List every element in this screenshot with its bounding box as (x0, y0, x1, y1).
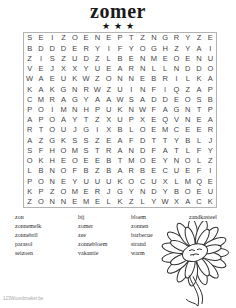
grid-cell[interactable]: Z (137, 33, 148, 43)
grid-cell[interactable]: Z (92, 74, 103, 84)
grid-cell[interactable]: B (148, 74, 159, 84)
grid-cell[interactable]: O (35, 176, 46, 186)
grid-cell[interactable]: F (148, 146, 159, 156)
grid-cell[interactable]: T (171, 146, 182, 156)
grid-cell[interactable]: E (80, 187, 91, 197)
grid-cell[interactable]: Z (182, 84, 193, 94)
grid-cell[interactable]: Y (205, 146, 216, 156)
grid-cell[interactable]: D (47, 43, 58, 53)
grid-cell[interactable]: N (69, 84, 80, 94)
grid-cell[interactable]: N (47, 197, 58, 207)
grid-cell[interactable]: D (193, 64, 204, 74)
grid-cell[interactable]: F (148, 105, 159, 115)
grid-cell[interactable]: E (103, 64, 114, 74)
grid-cell[interactable]: F (193, 146, 204, 156)
grid-cell[interactable]: S (80, 146, 91, 156)
grid-cell[interactable]: U (92, 64, 103, 74)
grid-cell[interactable]: A (58, 115, 69, 125)
grid-cell[interactable]: N (58, 197, 69, 207)
grid-cell[interactable]: U (205, 53, 216, 63)
grid-cell[interactable]: T (80, 115, 91, 125)
grid-cell[interactable]: E (148, 115, 159, 125)
grid-cell[interactable]: V (171, 115, 182, 125)
grid-cell[interactable]: J (47, 64, 58, 74)
grid-cell[interactable]: R (47, 94, 58, 104)
grid-cell[interactable]: E (35, 33, 46, 43)
grid-cell[interactable]: A (58, 94, 69, 104)
grid-cell[interactable]: X (103, 125, 114, 135)
grid-cell[interactable]: T (126, 33, 137, 43)
grid-cell[interactable]: E (193, 115, 204, 125)
grid-cell[interactable]: Z (47, 187, 58, 197)
grid-cell[interactable]: E (126, 53, 137, 63)
grid-cell[interactable]: A (182, 197, 193, 207)
grid-cell[interactable]: U (58, 74, 69, 84)
grid-cell[interactable]: A (35, 84, 46, 94)
grid-cell[interactable]: F (193, 166, 204, 176)
grid-cell[interactable]: C (160, 166, 171, 176)
grid-cell[interactable]: L (171, 176, 182, 186)
grid-cell[interactable]: T (193, 105, 204, 115)
grid-cell[interactable]: T (148, 135, 159, 145)
grid-cell[interactable]: N (182, 115, 193, 125)
grid-cell[interactable]: O (47, 125, 58, 135)
grid-cell[interactable]: U (205, 187, 216, 197)
grid-cell[interactable]: A (35, 74, 46, 84)
grid-cell[interactable]: Z (58, 53, 69, 63)
grid-cell[interactable]: B (35, 166, 46, 176)
grid-cell[interactable]: A (160, 146, 171, 156)
grid-cell[interactable]: A (160, 105, 171, 115)
grid-cell[interactable]: Y (160, 156, 171, 166)
grid-cell[interactable]: G (58, 84, 69, 94)
grid-cell[interactable]: Z (92, 115, 103, 125)
grid-cell[interactable]: E (137, 74, 148, 84)
grid-cell[interactable]: H (160, 43, 171, 53)
grid-cell[interactable]: O (24, 156, 35, 166)
grid-cell[interactable]: P (24, 176, 35, 186)
grid-cell[interactable]: R (126, 166, 137, 176)
grid-cell[interactable]: O (137, 43, 148, 53)
grid-cell[interactable]: B (114, 53, 125, 63)
grid-cell[interactable]: K (205, 197, 216, 207)
grid-cell[interactable]: U (148, 176, 159, 186)
grid-cell[interactable]: K (24, 187, 35, 197)
grid-cell[interactable]: M (58, 105, 69, 115)
grid-cell[interactable]: E (103, 135, 114, 145)
grid-cell[interactable]: E (80, 33, 91, 43)
grid-cell[interactable]: A (103, 94, 114, 104)
grid-cell[interactable]: I (103, 43, 114, 53)
grid-cell[interactable]: W (92, 84, 103, 94)
grid-cell[interactable]: E (160, 53, 171, 63)
grid-cell[interactable]: X (69, 64, 80, 74)
grid-cell[interactable]: Z (24, 197, 35, 207)
grid-cell[interactable]: F (69, 166, 80, 176)
grid-cell[interactable]: O (58, 187, 69, 197)
grid-cell[interactable]: X (103, 115, 114, 125)
grid-cell[interactable]: Y (171, 135, 182, 145)
word-list-item: zomer (78, 222, 107, 231)
grid-cell[interactable]: O (137, 156, 148, 166)
grid-cell[interactable]: K (114, 176, 125, 186)
grid-cell[interactable]: N (92, 33, 103, 43)
word-list-item: vakantie (78, 249, 107, 258)
grid-cell[interactable]: Y (126, 187, 137, 197)
grid-cell[interactable]: R (80, 84, 91, 94)
grid-cell[interactable]: P (35, 187, 46, 197)
grid-cell[interactable]: R (171, 33, 182, 43)
grid-cell[interactable]: G (80, 125, 91, 135)
grid-cell[interactable]: D (182, 64, 193, 74)
grid-cell[interactable]: A (137, 94, 148, 104)
grid-cell[interactable]: Z (126, 197, 137, 207)
sunflower-petals (161, 221, 228, 306)
grid-cell[interactable]: L (182, 146, 193, 156)
grid-cell[interactable]: Z (193, 33, 204, 43)
grid-cell[interactable]: E (205, 33, 216, 43)
grid-cell[interactable]: C (137, 176, 148, 186)
grid-cell[interactable]: G (114, 187, 125, 197)
grid-cell[interactable]: E (148, 125, 159, 135)
grid-cell[interactable]: E (69, 197, 80, 207)
grid-cell[interactable]: A (114, 166, 125, 176)
grid-cell[interactable]: G (160, 33, 171, 43)
grid-cell[interactable]: B (80, 166, 91, 176)
grid-cell[interactable]: K (69, 74, 80, 84)
grid-cell[interactable]: A (24, 115, 35, 125)
grid-cell[interactable]: E (193, 125, 204, 135)
grid-cell[interactable]: Y (160, 187, 171, 197)
grid-cell[interactable]: M (182, 176, 193, 186)
grid-cell[interactable]: W (80, 74, 91, 84)
grid-cell[interactable]: B (103, 166, 114, 176)
grid-cell[interactable]: Y (80, 64, 91, 74)
grid-cell[interactable]: U (80, 176, 91, 186)
grid-cell[interactable]: J (205, 135, 216, 145)
grid-cell[interactable]: O (182, 94, 193, 104)
grid-cell[interactable]: N (47, 176, 58, 186)
grid-cell[interactable]: A (114, 64, 125, 74)
grid-cell[interactable]: K (114, 197, 125, 207)
grid-cell[interactable]: U (171, 166, 182, 176)
grid-cell[interactable]: U (103, 176, 114, 186)
grid-cell[interactable]: C (24, 94, 35, 104)
grid-cell[interactable]: S (69, 135, 80, 145)
grid-cell[interactable]: S (193, 94, 204, 104)
grid-cell[interactable]: L (103, 197, 114, 207)
grid-cell[interactable]: E (47, 74, 58, 84)
grid-cell[interactable]: N (114, 74, 125, 84)
grid-cell[interactable]: N (148, 33, 159, 43)
grid-cell[interactable]: D (80, 53, 91, 63)
grid-cell[interactable]: Z (35, 135, 46, 145)
grid-cell[interactable]: Z (92, 135, 103, 145)
grid-cell[interactable]: M (160, 125, 171, 135)
grid-cell[interactable]: J (103, 187, 114, 197)
grid-cell[interactable]: N (47, 166, 58, 176)
grid-cell[interactable]: N (171, 156, 182, 166)
grid-cell[interactable]: X (160, 176, 171, 186)
grid-cell[interactable]: L (182, 74, 193, 84)
grid-cell[interactable]: Y (126, 43, 137, 53)
grid-cell[interactable]: W (114, 94, 125, 104)
grid-cell[interactable]: F (148, 84, 159, 94)
grid-cell[interactable]: V (24, 64, 35, 74)
grid-cell[interactable]: L (148, 64, 159, 74)
grid-cell[interactable]: O (171, 53, 182, 63)
grid-cell[interactable]: R (160, 74, 171, 84)
grid-cell[interactable]: Y (182, 33, 193, 43)
grid-cell[interactable]: T (160, 135, 171, 145)
grid-cell[interactable]: I (171, 74, 182, 84)
grid-cell[interactable]: H (47, 156, 58, 166)
grid-cell[interactable]: Y (148, 197, 159, 207)
grid-cell[interactable]: I (126, 84, 137, 94)
grid-cell[interactable]: E (148, 156, 159, 166)
grid-cell[interactable]: L (24, 166, 35, 176)
grid-cell[interactable]: S (47, 53, 58, 63)
grid-cell[interactable]: A (205, 74, 216, 84)
grid-cell[interactable]: X (58, 64, 69, 74)
grid-cell[interactable]: Z (24, 53, 35, 63)
grid-cell[interactable]: B (182, 135, 193, 145)
grid-cell[interactable]: U (92, 176, 103, 186)
grid-cell[interactable]: S (80, 135, 91, 145)
grid-cell[interactable]: A (193, 43, 204, 53)
grid-cell[interactable]: E (35, 64, 46, 74)
grid-cell[interactable]: I (92, 125, 103, 135)
grid-cell[interactable]: H (80, 105, 91, 115)
word-list-item: zonnebril (15, 231, 41, 240)
grid-cell[interactable]: O (69, 156, 80, 166)
grid-cell[interactable]: E (182, 166, 193, 176)
word-list-item: zon (15, 213, 41, 222)
grid-cell[interactable]: Y (69, 115, 80, 125)
grid-cell[interactable]: F (35, 146, 46, 156)
grid-cell[interactable]: L (193, 156, 204, 166)
grid-cell[interactable]: C (171, 125, 182, 135)
grid-cell[interactable]: O (58, 166, 69, 176)
grid-cell[interactable]: M (35, 94, 46, 104)
grid-cell[interactable]: H (47, 146, 58, 156)
grid-cell[interactable]: I (47, 105, 58, 115)
grid-cell[interactable]: I (205, 166, 216, 176)
page-root: { "game": "word-search", "title": "zomer… (0, 0, 236, 308)
grid-cell[interactable]: R (24, 125, 35, 135)
grid-cell[interactable]: Z (92, 53, 103, 63)
grid-cell[interactable]: P (35, 115, 46, 125)
grid-cell[interactable]: M (126, 156, 137, 166)
grid-cell[interactable]: G (148, 43, 159, 53)
grid-cell[interactable]: E (182, 53, 193, 63)
grid-cell[interactable]: B (103, 156, 114, 166)
grid-cell[interactable]: D (58, 43, 69, 53)
grid-cell[interactable]: T (92, 146, 103, 156)
grid-cell[interactable]: K (47, 84, 58, 94)
grid-cell[interactable]: E (205, 176, 216, 186)
grid-cell[interactable]: P (126, 115, 137, 125)
grid-cell[interactable]: B (137, 166, 148, 176)
grid-cell[interactable]: P (92, 105, 103, 115)
grid-cell[interactable]: S (24, 33, 35, 43)
grid-cell[interactable]: D (137, 135, 148, 145)
grid-cell[interactable]: L (137, 197, 148, 207)
grid-cell[interactable]: P (114, 33, 125, 43)
grid-cell[interactable]: P (205, 84, 216, 94)
grid-cell[interactable]: U (69, 53, 80, 63)
word-list-item: barbecue (131, 231, 153, 240)
grid-cell[interactable]: Z (171, 43, 182, 53)
grid-cell[interactable]: Z (205, 156, 216, 166)
grid-cell[interactable]: O (47, 115, 58, 125)
grid-cell[interactable]: N (137, 187, 148, 197)
grid-cell[interactable]: I (160, 84, 171, 94)
grid-cell[interactable]: R (92, 187, 103, 197)
grid-cell[interactable]: E (92, 197, 103, 207)
grid-cell[interactable]: E (58, 176, 69, 186)
grid-cell[interactable]: C (193, 197, 204, 207)
grid-cell[interactable]: O (182, 187, 193, 197)
grid-cell[interactable]: B (24, 43, 35, 53)
grid-cell[interactable]: R (205, 125, 216, 135)
grid-cell[interactable]: D (137, 146, 148, 156)
grid-cell[interactable]: P (205, 105, 216, 115)
grid-cell[interactable]: E (80, 156, 91, 166)
grid-cell[interactable]: N (126, 105, 137, 115)
grid-cell[interactable]: S (126, 94, 137, 104)
grid-cell[interactable]: G (47, 135, 58, 145)
grid-cell[interactable]: N (171, 64, 182, 74)
grid-cell[interactable]: T (114, 156, 125, 166)
grid-cell[interactable]: A (24, 135, 35, 145)
grid-cell[interactable]: F (114, 43, 125, 53)
grid-cell[interactable]: G (69, 94, 80, 104)
grid-cell[interactable]: X (171, 197, 182, 207)
grid-cell[interactable]: E (103, 33, 114, 43)
grid-cell[interactable]: E (182, 125, 193, 135)
grid-cell[interactable]: A (205, 115, 216, 125)
word-list-item: zee (78, 231, 107, 240)
grid-cell[interactable]: Q (171, 84, 182, 94)
grid-cell[interactable]: F (126, 135, 137, 145)
grid-cell[interactable]: E (92, 156, 103, 166)
grid-cell[interactable]: W (160, 197, 171, 207)
grid-cell[interactable]: Y (182, 43, 193, 53)
grid-cell[interactable]: U (103, 105, 114, 115)
grid-cell[interactable]: D (35, 43, 46, 53)
grid-cell[interactable]: M (148, 53, 159, 63)
grid-cell[interactable]: K (193, 74, 204, 84)
grid-cell[interactable]: O (69, 33, 80, 43)
grid-cell[interactable]: N (137, 84, 148, 94)
grid-cell[interactable]: T (35, 125, 46, 135)
grid-cell[interactable]: A (92, 94, 103, 104)
grid-cell[interactable]: N (69, 105, 80, 115)
grid-cell[interactable]: R (103, 146, 114, 156)
grid-cell[interactable]: J (69, 125, 80, 135)
grid-cell[interactable]: E (193, 187, 204, 197)
grid-cell[interactable]: O (205, 64, 216, 74)
grid-cell[interactable]: K (24, 84, 35, 94)
grid-cell[interactable]: E (171, 94, 182, 104)
grid-cell[interactable]: Y (92, 43, 103, 53)
grid-cell[interactable]: R (80, 43, 91, 53)
grid-cell[interactable]: N (137, 53, 148, 63)
grid-cell[interactable]: B (205, 94, 216, 104)
grid-cell[interactable]: Q (160, 115, 171, 125)
grid-cell[interactable]: B (114, 125, 125, 135)
word-column-3: bloemzonnenbarbecuestrandwarm (131, 213, 153, 258)
grid-cell[interactable]: Z (103, 84, 114, 94)
grid-cell[interactable]: Z (58, 33, 69, 43)
grid-cell[interactable]: O (103, 74, 114, 84)
grid-cell[interactable]: O (126, 176, 137, 186)
grid-cell[interactable]: Y (69, 176, 80, 186)
grid-cell[interactable]: M (69, 146, 80, 156)
grid-cell[interactable]: K (35, 156, 46, 166)
grid-cell[interactable]: N (126, 146, 137, 156)
grid-cell[interactable]: I (35, 53, 46, 63)
grid-cell[interactable]: R (126, 64, 137, 74)
grid-cell[interactable]: M (69, 187, 80, 197)
grid-cell[interactable]: I (47, 33, 58, 43)
grid-cell[interactable]: A (193, 84, 204, 94)
grid-cell[interactable]: K (58, 135, 69, 145)
grid-cell[interactable]: O (137, 125, 148, 135)
grid-cell[interactable]: N (126, 74, 137, 84)
grid-cell[interactable]: N (182, 105, 193, 115)
grid-cell[interactable]: X (137, 115, 148, 125)
grid-cell[interactable]: B (171, 187, 182, 197)
grid-cell[interactable]: Z (92, 166, 103, 176)
grid-cell[interactable]: O (182, 156, 193, 166)
grid-cell[interactable]: K (114, 105, 125, 115)
grid-cell[interactable]: O (35, 105, 46, 115)
grid-cell[interactable]: M (80, 197, 91, 207)
grid-cell[interactable]: E (69, 43, 80, 53)
grid-cell[interactable]: W (24, 74, 35, 84)
grid-cell[interactable]: L (160, 64, 171, 74)
grid-cell[interactable]: N (193, 53, 204, 63)
grid-cell[interactable]: Y (80, 94, 91, 104)
grid-cell[interactable]: D (148, 94, 159, 104)
grid-cell[interactable]: P (24, 105, 35, 115)
grid-cell[interactable]: U (114, 84, 125, 94)
grid-cell[interactable]: A (114, 135, 125, 145)
grid-cell[interactable]: W (137, 105, 148, 115)
grid-cell[interactable]: L (126, 125, 137, 135)
grid-cell[interactable]: D (160, 94, 171, 104)
grid-cell[interactable]: U (114, 115, 125, 125)
grid-cell[interactable]: A (114, 146, 125, 156)
grid-cell[interactable]: N (137, 64, 148, 74)
grid-cell[interactable]: U (58, 125, 69, 135)
grid-cell[interactable]: S (24, 146, 35, 156)
grid-cell[interactable]: E (148, 166, 159, 176)
grid-cell[interactable]: G (171, 105, 182, 115)
grid-cell[interactable]: O (35, 197, 46, 207)
grid-cell[interactable]: L (193, 135, 204, 145)
word-list-item: bloem (131, 213, 153, 222)
grid-cell[interactable]: L (103, 53, 114, 63)
grid-cell[interactable]: I (205, 43, 216, 53)
grid-cell[interactable]: O (58, 146, 69, 156)
grid-cell[interactable]: Q (193, 176, 204, 186)
grid-cell[interactable]: D (148, 187, 159, 197)
grid-cell[interactable]: E (58, 156, 69, 166)
word-list-item: parasol (15, 240, 41, 249)
